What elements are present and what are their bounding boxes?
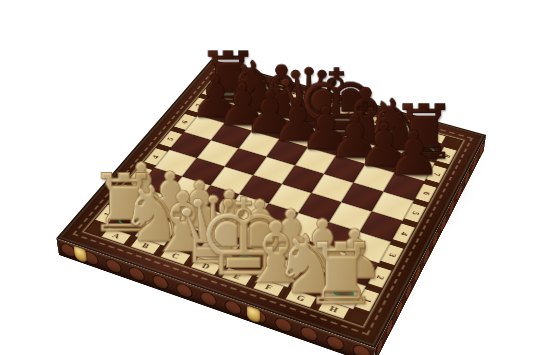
rank-label-text: 3 [387,252,398,258]
rank-label-text: 4 [399,231,410,237]
file-label-text: H [328,305,339,314]
rank-label-text: 5 [166,137,176,142]
photo-backdrop: ABCDEFGH8♜♞♝♛♚♝♞♜87♟♟♟♟♟♟♟♟7665544332♟♟♟… [0,0,533,355]
rank-label-text: 5 [410,210,420,215]
rank-label-text: 6 [421,190,431,195]
rank-label-text: 6 [180,120,189,125]
chess-board: ABCDEFGH8♜♞♝♛♚♝♞♜87♟♟♟♟♟♟♟♟7665544332♟♟♟… [56,59,486,348]
board-frame: ABCDEFGH8♜♞♝♛♚♝♞♜87♟♟♟♟♟♟♟♟7665544332♟♟♟… [56,59,486,348]
scene: ABCDEFGH8♜♞♝♛♚♝♞♜87♟♟♟♟♟♟♟♟7665544332♟♟♟… [0,0,533,355]
brass-clasp-right [247,306,260,324]
